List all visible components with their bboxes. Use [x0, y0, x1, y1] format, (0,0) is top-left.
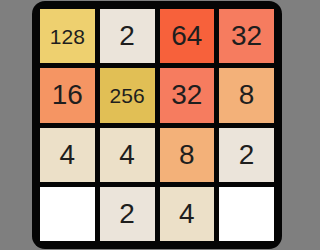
tile-8-r2c4: 8	[219, 68, 274, 122]
tile-2-r4c2: 2	[100, 187, 155, 241]
tile-2-r1c2: 2	[100, 9, 155, 63]
empty-cell-r4c4	[219, 187, 274, 241]
tile-4-r4c3: 4	[160, 187, 215, 241]
tile-256-r2c2: 256	[100, 68, 155, 122]
tile-2-r3c4: 2	[219, 128, 274, 182]
tile-32-r2c3: 32	[160, 68, 215, 122]
tile-4-r3c2: 4	[100, 128, 155, 182]
tile-128-r1c1: 128	[40, 9, 95, 63]
tile-16-r2c1: 16	[40, 68, 95, 122]
tile-32-r1c4: 32	[219, 9, 274, 63]
board-2048: 1282643216256328448224	[32, 1, 282, 249]
empty-cell-r4c1	[40, 187, 95, 241]
tile-64-r1c3: 64	[160, 9, 215, 63]
tile-4-r3c1: 4	[40, 128, 95, 182]
tile-8-r3c3: 8	[160, 128, 215, 182]
